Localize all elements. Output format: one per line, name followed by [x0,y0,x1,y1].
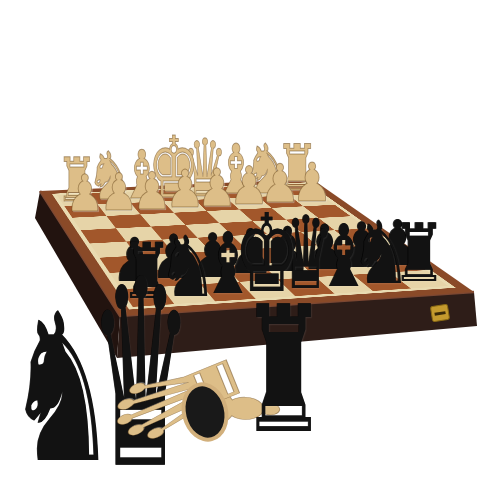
display-knight[interactable]: ♞ [5,287,119,480]
white-pawn-g2[interactable]: ♟ [99,167,138,218]
display-rook[interactable]: ♜ [241,283,327,458]
pieces-layer: ♜♞♝♛♚♝♞♜♟♟♟♟♟♟♟♟♟♟♟♟♟♟♟♟♜♞♝♛♚♝♞♜♞♛♛♟♜ [0,0,480,480]
white-pawn-h2[interactable]: ♟ [66,169,105,220]
chess-set-photo: ♜♞♝♛♚♝♞♜♟♟♟♟♟♟♟♟♟♟♟♟♟♟♟♟♜♞♝♛♚♝♞♜♞♛♛♟♜ [0,0,480,480]
